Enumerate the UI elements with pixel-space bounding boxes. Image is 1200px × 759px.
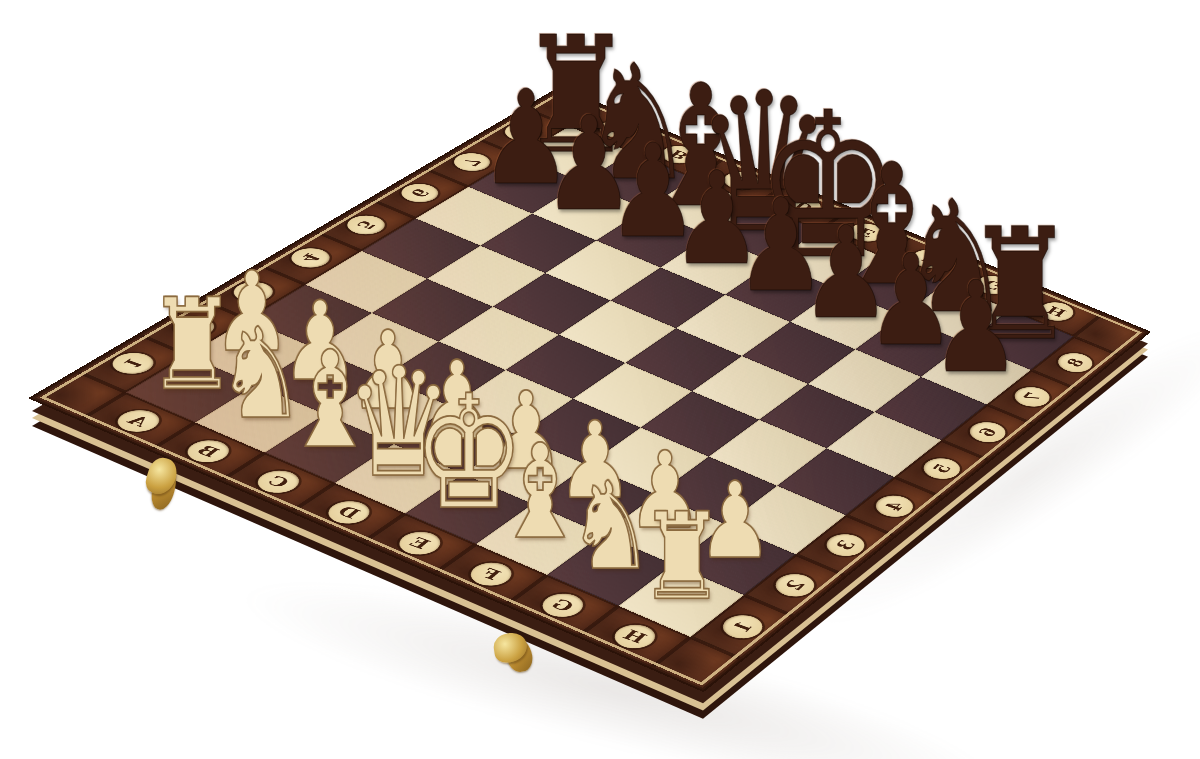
chess-set-photo: ABCDEFGH1122334455667788ABCDEFGH ♜♞♝♛♚♝♞… [0, 0, 1200, 759]
coordinate-label-right-3: 3 [820, 530, 872, 560]
coordinate-label-right-4: 4 [869, 492, 919, 521]
coordinate-label-right-2: 2 [768, 570, 821, 601]
piece-white-rook-h1[interactable]: ♜ [639, 497, 725, 617]
coordinate-label-left-6: 6 [394, 180, 445, 205]
coordinate-label-left-5: 5 [340, 212, 392, 238]
coordinate-label-right-6: 6 [963, 418, 1011, 446]
brass-clasp-icon [487, 626, 551, 684]
coordinate-label-right-5: 5 [917, 454, 966, 483]
coordinate-label-left-4: 4 [284, 245, 337, 272]
piece-black-pawn-h7[interactable]: ♟ [931, 265, 1021, 391]
